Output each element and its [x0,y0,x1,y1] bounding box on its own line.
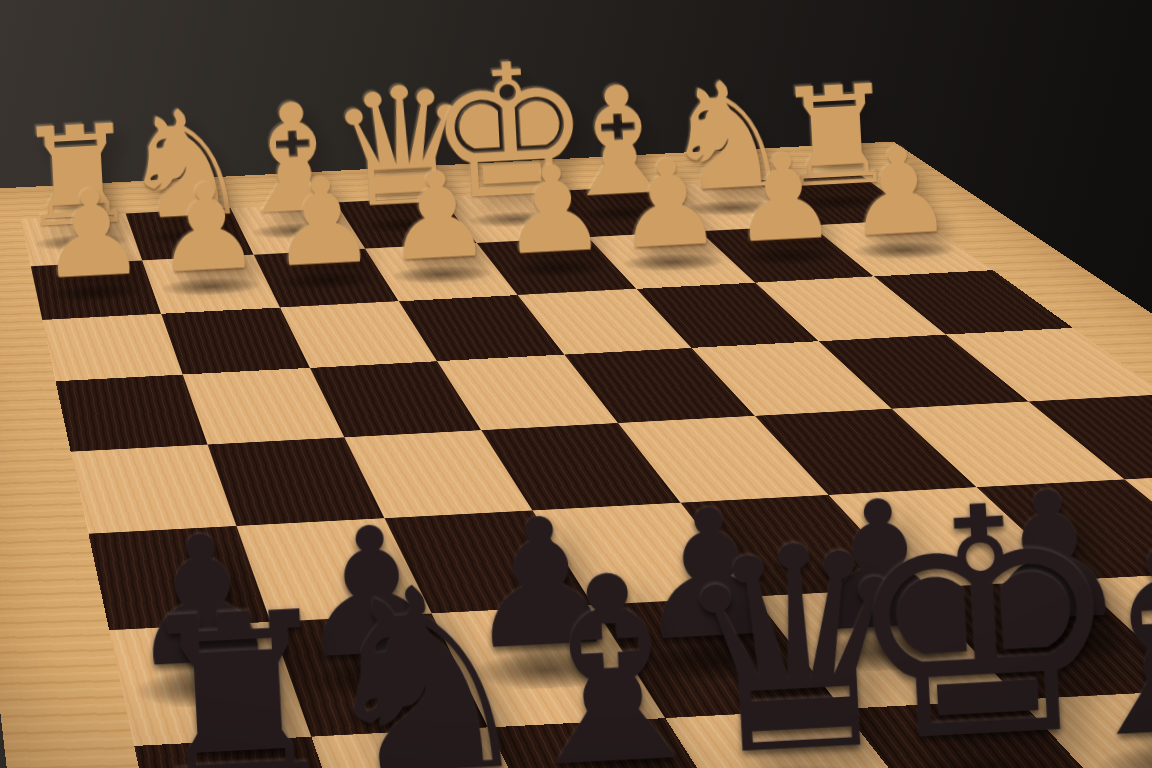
square-c2[interactable]: ♟ [254,249,399,308]
square-a3[interactable] [42,314,182,381]
piece-dark-bishop[interactable]: ♝ [1050,515,1152,768]
square-d4[interactable] [437,355,618,431]
board-scene: ♜♞♝♛♚♝♞♜♟♟♟♟♟♟♟♟♟♟♟♟♟♟♟♟♜♞♝♛♚♝♞♜ [0,0,1152,768]
square-e4[interactable] [564,348,755,423]
piece-light-pawn[interactable]: ♟ [150,169,263,288]
square-b2[interactable]: ♟ [142,255,280,314]
square-c4[interactable] [310,361,481,437]
piece-light-pawn[interactable]: ♟ [266,163,379,282]
board-frame: ♜♞♝♛♚♝♞♜♟♟♟♟♟♟♟♟♟♟♟♟♟♟♟♟♜♞♝♛♚♝♞♜ [0,142,1152,768]
piece-light-pawn[interactable]: ♟ [612,145,725,264]
piece-light-pawn[interactable]: ♟ [842,133,955,252]
photo-backdrop: ♜♞♝♛♚♝♞♜♟♟♟♟♟♟♟♟♟♟♟♟♟♟♟♟♜♞♝♛♚♝♞♜ [0,0,1152,768]
piece-light-pawn[interactable]: ♟ [496,151,609,270]
square-a4[interactable] [56,375,208,452]
chess-board: ♜♞♝♛♚♝♞♜♟♟♟♟♟♟♟♟♟♟♟♟♟♟♟♟♜♞♝♛♚♝♞♜ [0,142,1152,768]
piece-light-pawn[interactable]: ♟ [727,139,840,258]
square-a2[interactable]: ♟ [31,260,161,319]
piece-light-pawn[interactable]: ♟ [35,175,148,294]
board-grid: ♜♞♝♛♚♝♞♜♟♟♟♟♟♟♟♟♟♟♟♟♟♟♟♟♜♞♝♛♚♝♞♜ [21,175,1152,768]
piece-light-pawn[interactable]: ♟ [381,157,494,276]
square-h4[interactable] [946,328,1152,402]
